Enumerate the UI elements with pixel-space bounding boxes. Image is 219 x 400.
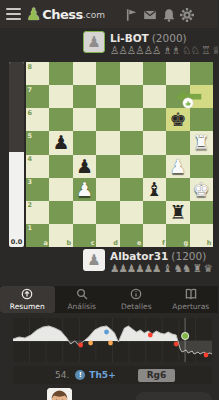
coach-comment-bubble [135, 392, 212, 400]
square-e2[interactable] [120, 201, 143, 224]
square-h4[interactable] [190, 155, 213, 178]
tab-resumen[interactable]: Resumen [0, 286, 55, 313]
current-move-marker [182, 332, 189, 339]
square-c4[interactable]: ♟ [73, 155, 96, 178]
square-e8[interactable] [120, 62, 143, 85]
blunder-marker [148, 333, 153, 338]
player-top-row: ♟ Li-BOT(2000) ♙♙♙♙♙♙ ♗♗ ♘♘ ♖ ♕+3 [0, 31, 218, 61]
blunder-marker [174, 342, 179, 347]
great-move-marker [104, 330, 109, 335]
blunder-marker [204, 353, 209, 358]
rank-label: 7 [28, 86, 33, 94]
square-e5[interactable] [120, 131, 143, 154]
blunder-marker [78, 343, 83, 348]
square-f7[interactable] [143, 85, 166, 108]
square-b8[interactable] [49, 62, 72, 85]
square-b4[interactable] [49, 155, 72, 178]
square-d8[interactable] [96, 62, 119, 85]
info-icon [130, 288, 142, 300]
black-pawn-b5[interactable]: ♟ [49, 131, 72, 154]
player-top-avatar[interactable]: ♟ [83, 31, 105, 53]
square-h1[interactable]: h [190, 224, 213, 247]
rank-label: 2 [28, 201, 33, 209]
rank-label: 5 [28, 132, 33, 140]
tab-analisis[interactable]: Análisis [55, 286, 110, 313]
logo-pawn-icon: ♟ [26, 4, 41, 24]
player-top-rating: (2000) [152, 32, 187, 44]
rank-label: 3 [28, 178, 33, 186]
square-d2[interactable] [96, 201, 119, 224]
square-a6[interactable]: 6 [26, 108, 49, 131]
square-d5[interactable] [96, 131, 119, 154]
square-e1[interactable]: e [120, 224, 143, 247]
chess-app: ♟ Chess .com ♟ Li-BOT(2000) ♙♙♙♙♙♙ ♗♗ ♘♘… [0, 0, 218, 400]
rank-label: 6 [28, 109, 33, 117]
square-b3[interactable] [49, 178, 72, 201]
rank-label: 1 [28, 224, 33, 232]
square-f3[interactable]: ♝ [143, 178, 166, 201]
top-nav-bar: ♟ Chess .com [0, 0, 218, 28]
square-g6[interactable]: ♚ [166, 108, 189, 131]
white-king-h3[interactable]: ♚ [190, 178, 213, 201]
logo-suffix: .com [83, 10, 105, 20]
square-c7[interactable] [73, 85, 96, 108]
black-king-g6[interactable]: ♚ [166, 108, 189, 131]
coach-face-icon [47, 388, 72, 400]
square-b5[interactable]: ♟ [49, 131, 72, 154]
square-f6[interactable] [143, 108, 166, 131]
square-g3[interactable] [166, 178, 189, 201]
square-f8[interactable] [143, 62, 166, 85]
square-a3[interactable]: 3 [26, 178, 49, 201]
evaluation-value: 0.0 [9, 238, 24, 246]
mistake-marker [88, 341, 93, 346]
square-d1[interactable]: d [96, 224, 119, 247]
player-bottom-row: ♟ Albator31(1200) ♟♟♟♟♟♟ ♝ ♞♞ ♜ ♛ [0, 249, 218, 279]
chess-board[interactable]: 876♚5♟♜4♟♟3♟♝♚2♜1abcdefgh [26, 62, 213, 247]
square-a8[interactable]: 8 [26, 62, 49, 85]
square-g4[interactable]: ♟ [166, 155, 189, 178]
file-label: b [67, 239, 72, 247]
coach-avatar [47, 388, 72, 400]
square-h8[interactable] [190, 62, 213, 85]
black-pawn-c4[interactable]: ♟ [73, 155, 96, 178]
square-d6[interactable] [96, 108, 119, 131]
square-f4[interactable] [143, 155, 166, 178]
square-a1[interactable]: 1a [26, 224, 49, 247]
player-top-captured-pieces: ♙♙♙♙♙♙ ♗♗ ♘♘ ♖ ♕+3 [110, 44, 218, 56]
square-e4[interactable] [120, 155, 143, 178]
square-e3[interactable] [120, 178, 143, 201]
file-label: h [207, 239, 212, 247]
notifications-icon[interactable] [162, 7, 176, 21]
square-e6[interactable] [120, 108, 143, 131]
square-d3[interactable] [96, 178, 119, 201]
logo-text: Chess [42, 7, 83, 22]
square-h5[interactable]: ♜ [190, 131, 213, 154]
player-bottom-name[interactable]: Albator31(1200) [110, 250, 206, 262]
square-c5[interactable] [73, 131, 96, 154]
chesscom-logo[interactable]: ♟ Chess .com [26, 3, 105, 25]
square-e7[interactable] [120, 85, 143, 108]
player-bottom-username: Albator31 [110, 250, 168, 262]
player-bottom-captured-pieces: ♟♟♟♟♟♟ ♝ ♞♞ ♜ ♛ [110, 262, 212, 274]
white-rook-h5[interactable]: ♜ [190, 131, 213, 154]
square-b7[interactable] [49, 85, 72, 108]
square-d4[interactable] [96, 155, 119, 178]
player-top-name[interactable]: Li-BOT(2000) [110, 32, 187, 44]
book-icon [185, 288, 197, 300]
black-rook-g2[interactable]: ♜ [166, 201, 189, 224]
square-c2[interactable] [73, 201, 96, 224]
player-bottom-rating: (1200) [171, 250, 206, 262]
square-g2[interactable]: ♜ [166, 201, 189, 224]
great-move-icon: ! [75, 370, 85, 380]
square-a5[interactable]: 5 [26, 131, 49, 154]
mistake-marker [108, 341, 113, 346]
square-b1[interactable]: b [49, 224, 72, 247]
rank-label: 8 [28, 63, 33, 71]
move-number: 54. [55, 370, 69, 380]
square-a4[interactable]: 4 [26, 155, 49, 178]
square-d7[interactable] [96, 85, 119, 108]
square-a7[interactable]: 7 [26, 85, 49, 108]
review-tab-bar: Resumen Análisis Detalles Aperturas [0, 286, 218, 313]
messages-icon[interactable] [143, 7, 157, 21]
file-label: g [183, 239, 188, 247]
evaluation-bar: 0.0 [9, 62, 24, 247]
hamburger-menu-icon[interactable] [6, 8, 21, 20]
move-list-bar: 54. ! Th5+ Rg6 [13, 366, 212, 384]
player-top-username: Li-BOT [110, 32, 149, 44]
file-label: a [43, 239, 47, 247]
square-c6[interactable] [73, 108, 96, 131]
square-g8[interactable] [166, 62, 189, 85]
square-h3[interactable]: ♚ [190, 178, 213, 201]
square-f2[interactable] [143, 201, 166, 224]
square-c3[interactable]: ♟ [73, 178, 96, 201]
file-label: c [91, 239, 95, 247]
white-pawn-c3[interactable]: ♟ [73, 178, 96, 201]
square-h6[interactable] [190, 108, 213, 131]
black-bishop-f3[interactable]: ♝ [143, 178, 166, 201]
evaluation-graph[interactable] [13, 318, 212, 362]
tab-aperturas[interactable]: Aperturas [164, 286, 219, 313]
black-move-current[interactable]: Rg6 [138, 369, 176, 382]
rank-label: 4 [28, 155, 33, 163]
tab-detalles[interactable]: Detalles [109, 286, 164, 313]
friends-flag-icon[interactable] [124, 7, 138, 21]
square-c1[interactable]: c [73, 224, 96, 247]
settings-gear-icon[interactable] [180, 7, 194, 21]
square-b2[interactable] [49, 201, 72, 224]
square-h2[interactable] [190, 201, 213, 224]
evaluation-bar-black-half [9, 62, 24, 152]
magnifier-icon [76, 288, 88, 300]
white-pawn-g4[interactable]: ♟ [166, 155, 189, 178]
evaluation-graph-chart [13, 318, 212, 362]
square-g5[interactable] [166, 131, 189, 154]
player-bottom-avatar[interactable]: ♟ [83, 249, 105, 271]
white-move[interactable]: Th5+ [89, 370, 115, 380]
square-a2[interactable]: 2 [26, 201, 49, 224]
square-g1[interactable]: g [166, 224, 189, 247]
square-b6[interactable] [49, 108, 72, 131]
file-label: e [137, 239, 141, 247]
summary-icon [21, 288, 33, 300]
file-label: d [113, 239, 118, 247]
square-g7[interactable] [166, 85, 189, 108]
square-c8[interactable] [73, 62, 96, 85]
square-f5[interactable] [143, 131, 166, 154]
square-h7[interactable] [190, 85, 213, 108]
file-label: f [162, 239, 165, 247]
square-f1[interactable]: f [143, 224, 166, 247]
